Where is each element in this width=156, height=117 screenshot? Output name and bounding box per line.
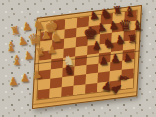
photo-scene: ♞♞ ♜♟♞♚♝♟♛♟♞♝♟♜♟♟♟♟ ♟♞♜♝♚♟♟♛♝♟♞♟♜♟♟♟ ♟♟♝ — [0, 0, 156, 117]
fallen-black-pawn-piece: ♟ — [99, 78, 116, 93]
fallen-black-pawn-piece: ♟ — [108, 79, 126, 97]
fallen-pieces-group: ♟♟♝ — [0, 0, 156, 117]
fallen-black-bishop-piece: ♝ — [117, 71, 130, 86]
